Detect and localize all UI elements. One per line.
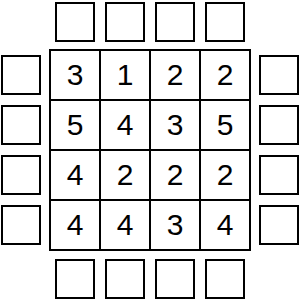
grid-cell-r2c4: 5 <box>200 100 250 150</box>
clue-box-bottom-3[interactable] <box>155 259 195 299</box>
grid-cell-r4c1: 4 <box>50 200 100 250</box>
clue-box-top-3[interactable] <box>155 2 195 42</box>
clue-box-right-3[interactable] <box>259 155 299 195</box>
grid-cell-r3c4: 2 <box>200 150 250 200</box>
clue-box-left-2[interactable] <box>1 105 41 145</box>
grid-cell-r1c1: 3 <box>50 50 100 100</box>
clue-box-bottom-1[interactable] <box>55 259 95 299</box>
grid-cell-r1c3: 2 <box>150 50 200 100</box>
clue-box-left-3[interactable] <box>1 155 41 195</box>
grid-cell-r1c2: 1 <box>100 50 150 100</box>
grid-cell-r3c2: 2 <box>100 150 150 200</box>
grid-cell-r4c4: 4 <box>200 200 250 250</box>
clue-box-bottom-2[interactable] <box>105 259 145 299</box>
clue-box-right-4[interactable] <box>259 205 299 245</box>
clue-box-top-2[interactable] <box>105 2 145 42</box>
grid-cell-r4c2: 4 <box>100 200 150 250</box>
clue-box-bottom-4[interactable] <box>205 259 245 299</box>
grid-cell-r2c3: 3 <box>150 100 200 150</box>
grid-cell-r1c4: 2 <box>200 50 250 100</box>
grid-cell-r3c1: 4 <box>50 150 100 200</box>
grid-cell-r2c2: 4 <box>100 100 150 150</box>
skyscrapers-board: 3 1 2 2 5 4 3 5 4 2 2 2 4 4 3 4 <box>0 0 301 301</box>
clue-box-left-1[interactable] <box>1 55 41 95</box>
clue-box-left-4[interactable] <box>1 205 41 245</box>
clue-box-right-1[interactable] <box>259 55 299 95</box>
clue-box-top-4[interactable] <box>205 2 245 42</box>
clue-box-right-2[interactable] <box>259 105 299 145</box>
puzzle-grid: 3 1 2 2 5 4 3 5 4 2 2 2 4 4 3 4 <box>49 49 251 251</box>
grid-cell-r3c3: 2 <box>150 150 200 200</box>
grid-cell-r2c1: 5 <box>50 100 100 150</box>
grid-cell-r4c3: 3 <box>150 200 200 250</box>
clue-box-top-1[interactable] <box>55 2 95 42</box>
